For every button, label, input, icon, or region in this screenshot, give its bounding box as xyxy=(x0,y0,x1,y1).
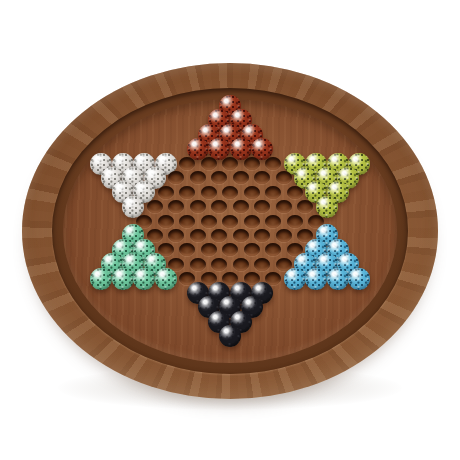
marble-teal[interactable] xyxy=(90,268,112,290)
hole[interactable] xyxy=(147,200,163,213)
hole[interactable] xyxy=(254,258,270,271)
hole[interactable] xyxy=(276,229,292,242)
hole[interactable] xyxy=(179,215,195,228)
hole[interactable] xyxy=(254,229,270,242)
hole[interactable] xyxy=(179,186,195,199)
marble-teal[interactable] xyxy=(112,268,134,290)
hole[interactable] xyxy=(265,215,281,228)
hole[interactable] xyxy=(211,258,227,271)
hole[interactable] xyxy=(244,215,260,228)
hole[interactable] xyxy=(222,157,238,170)
hole[interactable] xyxy=(201,186,217,199)
hole[interactable] xyxy=(244,186,260,199)
hole[interactable] xyxy=(179,157,195,170)
hole[interactable] xyxy=(168,171,184,184)
hole[interactable] xyxy=(222,243,238,256)
hole[interactable] xyxy=(222,186,238,199)
chinese-checkers-scene xyxy=(0,0,460,460)
hole[interactable] xyxy=(276,171,292,184)
hole[interactable] xyxy=(168,229,184,242)
hole[interactable] xyxy=(190,258,206,271)
hole[interactable] xyxy=(201,215,217,228)
hole[interactable] xyxy=(265,243,281,256)
hole[interactable] xyxy=(158,186,174,199)
hole[interactable] xyxy=(265,157,281,170)
hole[interactable] xyxy=(244,157,260,170)
marble-blue[interactable] xyxy=(305,268,327,290)
hole[interactable] xyxy=(287,186,303,199)
hole[interactable] xyxy=(190,200,206,213)
hole[interactable] xyxy=(287,215,303,228)
hole[interactable] xyxy=(222,215,238,228)
hole[interactable] xyxy=(179,243,195,256)
hole[interactable] xyxy=(190,229,206,242)
hole[interactable] xyxy=(297,200,313,213)
hole[interactable] xyxy=(254,200,270,213)
marble-teal[interactable] xyxy=(155,268,177,290)
hole[interactable] xyxy=(158,215,174,228)
hole[interactable] xyxy=(233,229,249,242)
hole[interactable] xyxy=(211,229,227,242)
hole-grid xyxy=(0,0,460,460)
marble-teal[interactable] xyxy=(133,268,155,290)
hole[interactable] xyxy=(211,200,227,213)
hole[interactable] xyxy=(233,258,249,271)
hole[interactable] xyxy=(201,157,217,170)
marble-yellow-green[interactable] xyxy=(316,196,338,218)
hole[interactable] xyxy=(168,200,184,213)
hole[interactable] xyxy=(201,243,217,256)
hole[interactable] xyxy=(265,186,281,199)
hole[interactable] xyxy=(233,200,249,213)
marble-black[interactable] xyxy=(219,325,241,347)
marble-blue[interactable] xyxy=(327,268,349,290)
marble-blue[interactable] xyxy=(348,268,370,290)
hole[interactable] xyxy=(276,200,292,213)
hole[interactable] xyxy=(254,171,270,184)
hole[interactable] xyxy=(190,171,206,184)
marble-blue[interactable] xyxy=(284,268,306,290)
hole[interactable] xyxy=(233,171,249,184)
hole[interactable] xyxy=(211,171,227,184)
hole[interactable] xyxy=(244,243,260,256)
